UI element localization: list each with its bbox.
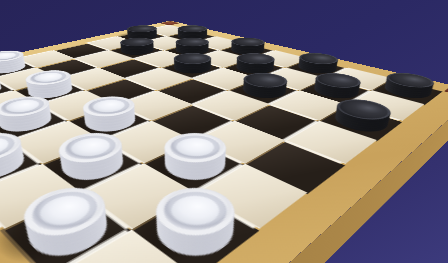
board-frame xyxy=(0,21,448,263)
checkers-board xyxy=(0,26,442,263)
corner-inlay xyxy=(444,86,448,98)
scene-3d xyxy=(0,0,448,263)
game-viewport xyxy=(0,0,448,263)
